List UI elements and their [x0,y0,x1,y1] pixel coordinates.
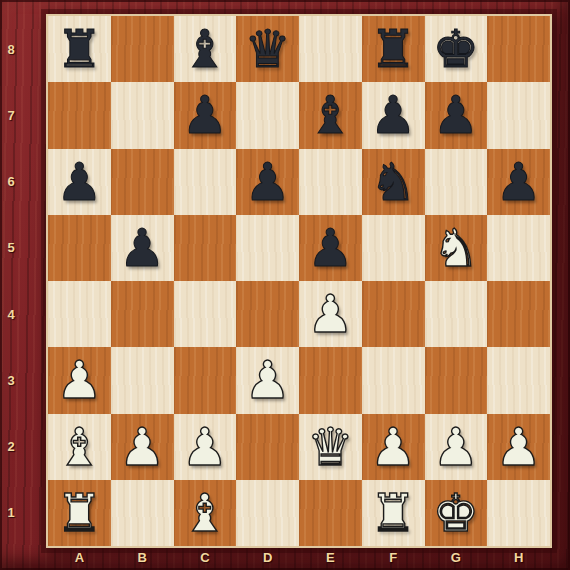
square-b5[interactable]: ♟ [111,215,174,281]
black-bishop-e7[interactable]: ♝ [307,89,354,141]
square-f6[interactable]: ♞ [362,149,425,215]
square-f2[interactable]: ♟ [362,414,425,480]
square-a6[interactable]: ♟ [48,149,111,215]
white-pawn-e4[interactable]: ♟ [307,288,354,340]
black-king-g8[interactable]: ♚ [433,23,480,75]
square-c3[interactable] [174,347,237,413]
square-e8[interactable] [299,16,362,82]
square-f1[interactable]: ♜ [362,480,425,546]
square-b8[interactable] [111,16,174,82]
white-rook-f1[interactable]: ♜ [370,487,417,539]
square-d5[interactable] [236,215,299,281]
square-c5[interactable] [174,215,237,281]
black-pawn-d6[interactable]: ♟ [244,156,291,208]
square-d3[interactable]: ♟ [236,347,299,413]
black-queen-d8[interactable]: ♛ [244,23,291,75]
square-a4[interactable] [48,281,111,347]
file-label-g: G [425,546,488,568]
square-e2[interactable]: ♛ [299,414,362,480]
white-king-g1[interactable]: ♚ [433,487,480,539]
square-b6[interactable] [111,149,174,215]
rank-label-3: 3 [0,347,22,413]
file-label-b: B [111,546,174,568]
file-label-f: F [362,546,425,568]
black-pawn-g7[interactable]: ♟ [433,89,480,141]
black-pawn-c7[interactable]: ♟ [182,89,229,141]
square-h8[interactable] [487,16,550,82]
square-b2[interactable]: ♟ [111,414,174,480]
square-b3[interactable] [111,347,174,413]
rank-label-7: 7 [0,82,22,148]
square-h1[interactable] [487,480,550,546]
white-rook-a1[interactable]: ♜ [56,487,103,539]
square-d1[interactable] [236,480,299,546]
square-e3[interactable] [299,347,362,413]
rank-label-4: 4 [0,281,22,347]
file-label-e: E [299,546,362,568]
square-e6[interactable] [299,149,362,215]
black-rook-f8[interactable]: ♜ [370,23,417,75]
square-h5[interactable] [487,215,550,281]
square-c4[interactable] [174,281,237,347]
square-c7[interactable]: ♟ [174,82,237,148]
square-f4[interactable] [362,281,425,347]
file-label-d: D [236,546,299,568]
square-d6[interactable]: ♟ [236,149,299,215]
white-bishop-a2[interactable]: ♝ [56,421,103,473]
square-e5[interactable]: ♟ [299,215,362,281]
rank-labels: 87654321 [0,16,22,546]
square-g3[interactable] [425,347,488,413]
square-a8[interactable]: ♜ [48,16,111,82]
square-b7[interactable] [111,82,174,148]
rank-label-1: 1 [0,480,22,546]
square-g5[interactable]: ♞ [425,215,488,281]
square-h2[interactable]: ♟ [487,414,550,480]
square-f7[interactable]: ♟ [362,82,425,148]
white-knight-g5[interactable]: ♞ [433,222,480,274]
square-f8[interactable]: ♜ [362,16,425,82]
square-g6[interactable] [425,149,488,215]
square-d7[interactable] [236,82,299,148]
square-b4[interactable] [111,281,174,347]
square-h3[interactable] [487,347,550,413]
square-b1[interactable] [111,480,174,546]
square-h4[interactable] [487,281,550,347]
square-f5[interactable] [362,215,425,281]
square-g8[interactable]: ♚ [425,16,488,82]
square-e1[interactable] [299,480,362,546]
white-pawn-g2[interactable]: ♟ [433,421,480,473]
file-label-h: H [487,546,550,568]
square-g2[interactable]: ♟ [425,414,488,480]
black-rook-a8[interactable]: ♜ [56,23,103,75]
square-a2[interactable]: ♝ [48,414,111,480]
square-h6[interactable]: ♟ [487,149,550,215]
black-pawn-e5[interactable]: ♟ [307,222,354,274]
black-pawn-h6[interactable]: ♟ [495,156,542,208]
white-queen-e2[interactable]: ♛ [307,421,354,473]
square-c6[interactable] [174,149,237,215]
square-f3[interactable] [362,347,425,413]
square-c1[interactable]: ♝ [174,480,237,546]
square-d8[interactable]: ♛ [236,16,299,82]
white-pawn-d3[interactable]: ♟ [244,354,291,406]
white-pawn-f2[interactable]: ♟ [370,421,417,473]
chess-board-panel: 87654321 ♜♝♛♜♚♟♝♟♟♟♟♞♟♟♟♞♟♟♟♝♟♟♛♟♟♟♜♝♜♚ … [0,0,570,570]
square-e7[interactable]: ♝ [299,82,362,148]
rank-label-8: 8 [0,16,22,82]
black-pawn-b5[interactable]: ♟ [119,222,166,274]
square-d2[interactable] [236,414,299,480]
white-pawn-b2[interactable]: ♟ [119,421,166,473]
black-pawn-a6[interactable]: ♟ [56,156,103,208]
square-c2[interactable]: ♟ [174,414,237,480]
rank-label-6: 6 [0,149,22,215]
square-a1[interactable]: ♜ [48,480,111,546]
white-pawn-a3[interactable]: ♟ [56,354,103,406]
square-c8[interactable]: ♝ [174,16,237,82]
square-e4[interactable]: ♟ [299,281,362,347]
square-g4[interactable] [425,281,488,347]
square-a5[interactable] [48,215,111,281]
square-g1[interactable]: ♚ [425,480,488,546]
rank-label-5: 5 [0,215,22,281]
board: ♜♝♛♜♚♟♝♟♟♟♟♞♟♟♟♞♟♟♟♝♟♟♛♟♟♟♜♝♜♚ [48,16,550,546]
square-h7[interactable] [487,82,550,148]
white-pawn-h2[interactable]: ♟ [495,421,542,473]
file-label-a: A [48,546,111,568]
file-label-c: C [174,546,237,568]
white-pawn-c2[interactable]: ♟ [182,421,229,473]
black-knight-f6[interactable]: ♞ [370,156,417,208]
square-a3[interactable]: ♟ [48,347,111,413]
black-bishop-c8[interactable]: ♝ [182,23,229,75]
black-pawn-f7[interactable]: ♟ [370,89,417,141]
square-a7[interactable] [48,82,111,148]
rank-label-2: 2 [0,414,22,480]
file-labels: ABCDEFGH [48,546,550,568]
white-bishop-c1[interactable]: ♝ [182,487,229,539]
square-d4[interactable] [236,281,299,347]
square-g7[interactable]: ♟ [425,82,488,148]
